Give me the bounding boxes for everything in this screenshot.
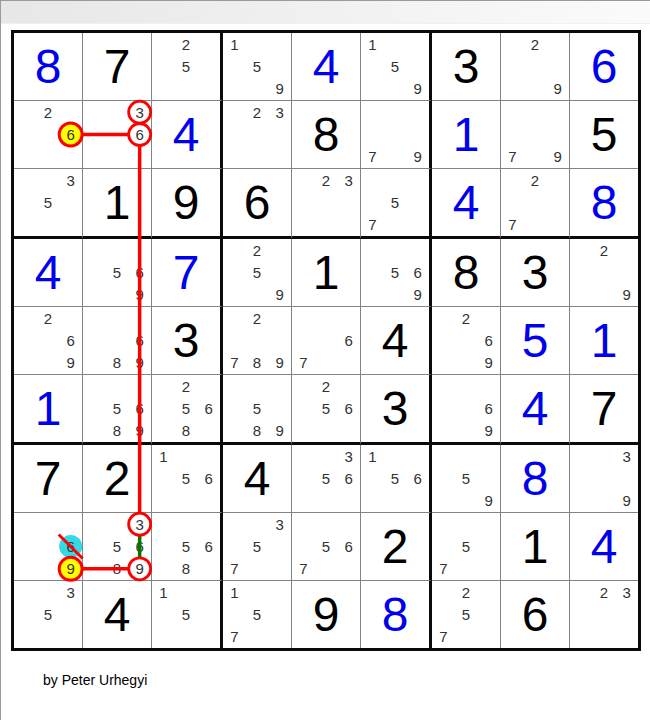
cell-r1c8[interactable]: 29: [501, 33, 570, 101]
candidate-5: 5: [106, 535, 129, 557]
candidate-9: 9: [59, 558, 82, 580]
cell-r3c8[interactable]: 27: [501, 169, 570, 239]
cell-r6c6[interactable]: 3: [361, 375, 432, 445]
cell-r7c9[interactable]: 39: [570, 445, 638, 513]
candidate-2: 2: [593, 581, 616, 603]
candidate-8: 8: [175, 558, 198, 580]
toolbar: [1, 1, 650, 24]
candidate-5: 5: [175, 397, 198, 419]
candidate-9: 9: [128, 352, 151, 374]
cell-r5c2[interactable]: 689: [83, 307, 152, 375]
given-digit: 4: [104, 591, 131, 639]
candidate-2: 2: [246, 307, 269, 329]
candidate-1: 1: [152, 445, 175, 467]
candidate-5: 5: [384, 467, 407, 489]
cell-r2c3[interactable]: 4: [152, 101, 223, 169]
given-digit: 5: [591, 111, 618, 159]
given-digit: 1: [522, 523, 549, 571]
solved-digit: 7: [173, 249, 200, 297]
candidate-9: 9: [615, 284, 638, 306]
candidate-2: 2: [175, 375, 198, 397]
candidate-9: 9: [128, 420, 151, 442]
candidate-6: 6: [59, 535, 82, 557]
candidate-9: 9: [128, 284, 151, 306]
candidate-2: 2: [175, 33, 198, 55]
cell-r3c6[interactable]: 57: [361, 169, 432, 239]
cell-r5c7[interactable]: 269: [432, 307, 501, 375]
candidate-2: 2: [315, 375, 338, 397]
given-digit: 1: [313, 249, 340, 297]
cell-r9c2[interactable]: 4: [83, 581, 152, 648]
given-digit: 7: [104, 43, 131, 91]
candidate-5: 5: [246, 603, 269, 625]
cell-r8c1[interactable]: 69: [14, 513, 83, 581]
candidate-9: 9: [406, 284, 429, 306]
candidate-2: 2: [37, 307, 60, 329]
candidate-5: 5: [315, 397, 338, 419]
candidate-6: 6: [477, 329, 500, 351]
given-digit: 7: [591, 385, 618, 433]
cell-r9c1[interactable]: 35: [14, 581, 83, 648]
candidate-6: 6: [197, 535, 220, 557]
given-digit: 9: [313, 591, 340, 639]
candidate-3: 3: [615, 445, 638, 467]
cell-r8c2[interactable]: 35689: [83, 513, 152, 581]
solved-digit: 4: [591, 523, 618, 571]
candidate-9: 9: [615, 490, 638, 512]
sudoku-board: 8725159415932962636423879179535196235742…: [11, 30, 641, 651]
candidate-5: 5: [455, 467, 478, 489]
solved-digit: 8: [35, 43, 62, 91]
cell-r5c9[interactable]: 1: [570, 307, 638, 375]
cell-r6c7[interactable]: 69: [432, 375, 501, 445]
candidate-2: 2: [246, 101, 269, 123]
candidate-9: 9: [477, 420, 500, 442]
solved-digit: 8: [522, 455, 549, 503]
given-digit: 2: [104, 455, 131, 503]
candidate-9: 9: [268, 78, 291, 100]
candidate-6: 6: [337, 467, 360, 489]
candidate-3: 3: [268, 513, 291, 535]
candidate-9: 9: [59, 352, 82, 374]
cell-r5c1[interactable]: 269: [14, 307, 83, 375]
cell-r7c7[interactable]: 59: [432, 445, 501, 513]
cell-r7c8[interactable]: 8: [501, 445, 570, 513]
cell-r8c9[interactable]: 4: [570, 513, 638, 581]
cell-r2c7[interactable]: 1: [432, 101, 501, 169]
cell-r3c2[interactable]: 1: [83, 169, 152, 239]
candidate-5: 5: [455, 535, 478, 557]
candidate-1: 1: [223, 581, 246, 603]
cell-r1c4[interactable]: 159: [223, 33, 292, 101]
cell-r8c3[interactable]: 568: [152, 513, 223, 581]
cell-r7c2[interactable]: 2: [83, 445, 152, 513]
candidate-7: 7: [432, 626, 455, 648]
candidate-9: 9: [546, 78, 569, 100]
cell-r3c7[interactable]: 4: [432, 169, 501, 239]
cell-r2c8[interactable]: 79: [501, 101, 570, 169]
cell-r5c8[interactable]: 5: [501, 307, 570, 375]
candidate-7: 7: [432, 558, 455, 580]
candidate-5: 5: [37, 191, 60, 213]
candidate-9: 9: [128, 558, 151, 580]
app-window: { "game": "sudoku", "app_context": "sudo…: [0, 0, 650, 720]
cell-r6c4[interactable]: 589: [223, 375, 292, 445]
cell-r1c3[interactable]: 25: [152, 33, 223, 101]
candidate-6: 6: [406, 261, 429, 283]
cell-r8c8[interactable]: 1: [501, 513, 570, 581]
cell-r3c1[interactable]: 35: [14, 169, 83, 239]
candidate-5: 5: [315, 535, 338, 557]
candidate-5: 5: [315, 467, 338, 489]
cell-r4c2[interactable]: 569: [83, 239, 152, 307]
cell-r9c6[interactable]: 8: [361, 581, 432, 648]
cell-r9c7[interactable]: 257: [432, 581, 501, 648]
candidate-3: 3: [615, 581, 638, 603]
cell-r2c4[interactable]: 23: [223, 101, 292, 169]
candidate-5: 5: [106, 397, 129, 419]
candidate-6: 6: [337, 397, 360, 419]
candidate-7: 7: [292, 558, 315, 580]
given-digit: 3: [382, 385, 409, 433]
cell-r4c3[interactable]: 7: [152, 239, 223, 307]
given-digit: 4: [244, 455, 271, 503]
candidate-6: 6: [337, 535, 360, 557]
candidate-2: 2: [593, 239, 616, 261]
candidate-6: 6: [406, 467, 429, 489]
cell-r6c2[interactable]: 5689: [83, 375, 152, 445]
cell-r2c2[interactable]: 36: [83, 101, 152, 169]
candidate-5: 5: [246, 535, 269, 557]
candidate-7: 7: [223, 558, 246, 580]
cell-r4c4[interactable]: 259: [223, 239, 292, 307]
cell-r6c8[interactable]: 4: [501, 375, 570, 445]
candidate-8: 8: [175, 420, 198, 442]
cell-r5c4[interactable]: 2789: [223, 307, 292, 375]
candidate-8: 8: [106, 352, 129, 374]
candidate-1: 1: [223, 33, 246, 55]
solved-digit: 1: [35, 385, 62, 433]
candidate-5: 5: [384, 261, 407, 283]
solved-digit: 1: [453, 111, 480, 159]
cell-r4c5[interactable]: 1: [292, 239, 361, 307]
cell-r4c7[interactable]: 8: [432, 239, 501, 307]
cell-r4c9[interactable]: 29: [570, 239, 638, 307]
candidate-6: 6: [128, 397, 151, 419]
cell-r5c3[interactable]: 3: [152, 307, 223, 375]
candidate-2: 2: [524, 169, 547, 191]
cell-r6c3[interactable]: 2568: [152, 375, 223, 445]
cell-r9c4[interactable]: 157: [223, 581, 292, 648]
solved-digit: 8: [591, 179, 618, 227]
cell-r1c6[interactable]: 159: [361, 33, 432, 101]
cell-r8c6[interactable]: 2: [361, 513, 432, 581]
candidate-7: 7: [361, 146, 384, 168]
given-digit: 6: [244, 179, 271, 227]
candidate-9: 9: [477, 490, 500, 512]
candidate-9: 9: [268, 352, 291, 374]
candidate-5: 5: [384, 55, 407, 77]
candidate-7: 7: [223, 626, 246, 648]
solved-digit: 5: [522, 317, 549, 365]
candidate-2: 2: [524, 33, 547, 55]
solved-digit: 4: [35, 249, 62, 297]
cell-r7c1[interactable]: 7: [14, 445, 83, 513]
cell-r6c5[interactable]: 256: [292, 375, 361, 445]
candidate-6: 6: [197, 467, 220, 489]
candidate-5: 5: [37, 603, 60, 625]
candidate-8: 8: [246, 352, 269, 374]
candidate-8: 8: [246, 420, 269, 442]
candidate-7: 7: [292, 352, 315, 374]
candidate-6: 6: [128, 261, 151, 283]
given-digit: 4: [382, 317, 409, 365]
cell-r8c5[interactable]: 567: [292, 513, 361, 581]
cell-r3c5[interactable]: 23: [292, 169, 361, 239]
solved-digit: 1: [591, 317, 618, 365]
candidate-2: 2: [455, 307, 478, 329]
given-digit: 3: [453, 43, 480, 91]
candidate-1: 1: [361, 445, 384, 467]
solved-digit: 4: [313, 43, 340, 91]
cell-r1c9[interactable]: 6: [570, 33, 638, 101]
candidate-3: 3: [337, 169, 360, 191]
candidate-6: 6: [477, 397, 500, 419]
solved-digit: 6: [591, 43, 618, 91]
candidate-6: 6: [59, 329, 82, 351]
solved-digit: 4: [522, 385, 549, 433]
candidate-3: 3: [128, 513, 151, 535]
cell-r2c1[interactable]: 26: [14, 101, 83, 169]
candidate-9: 9: [268, 284, 291, 306]
candidate-5: 5: [175, 467, 198, 489]
candidate-9: 9: [546, 146, 569, 168]
solved-digit: 8: [382, 591, 409, 639]
cell-r2c9[interactable]: 5: [570, 101, 638, 169]
candidate-8: 8: [106, 420, 129, 442]
candidate-8: 8: [106, 558, 129, 580]
candidate-9: 9: [406, 146, 429, 168]
given-digit: 7: [35, 455, 62, 503]
given-digit: 8: [453, 249, 480, 297]
candidate-5: 5: [175, 55, 198, 77]
cell-r9c3[interactable]: 15: [152, 581, 223, 648]
cell-r7c4[interactable]: 4: [223, 445, 292, 513]
given-digit: 3: [173, 317, 200, 365]
cell-r1c1[interactable]: 8: [14, 33, 83, 101]
candidate-1: 1: [152, 581, 175, 603]
author-credit: by Peter Urhegyi: [43, 672, 147, 688]
candidate-6: 6: [337, 329, 360, 351]
cell-r3c3[interactable]: 9: [152, 169, 223, 239]
cell-r7c6[interactable]: 156: [361, 445, 432, 513]
given-digit: 2: [382, 523, 409, 571]
candidate-5: 5: [106, 261, 129, 283]
candidate-2: 2: [37, 101, 60, 123]
cell-r5c5[interactable]: 67: [292, 307, 361, 375]
given-digit: 8: [313, 111, 340, 159]
cell-r4c6[interactable]: 569: [361, 239, 432, 307]
sudoku-grid: 8725159415932962636423879179535196235742…: [14, 33, 638, 648]
given-digit: 9: [173, 179, 200, 227]
candidate-2: 2: [455, 581, 478, 603]
cell-r1c7[interactable]: 3: [432, 33, 501, 101]
candidate-2: 2: [315, 169, 338, 191]
given-digit: 3: [522, 249, 549, 297]
candidate-6: 6: [197, 397, 220, 419]
candidate-1: 1: [361, 33, 384, 55]
cell-r8c7[interactable]: 57: [432, 513, 501, 581]
cell-r9c5[interactable]: 9: [292, 581, 361, 648]
given-digit: 1: [104, 179, 131, 227]
candidate-7: 7: [223, 352, 246, 374]
cell-r1c2[interactable]: 7: [83, 33, 152, 101]
cell-r2c5[interactable]: 8: [292, 101, 361, 169]
cell-r5c6[interactable]: 4: [361, 307, 432, 375]
candidate-9: 9: [406, 78, 429, 100]
cell-r7c5[interactable]: 356: [292, 445, 361, 513]
candidate-3: 3: [337, 445, 360, 467]
cell-r6c9[interactable]: 7: [570, 375, 638, 445]
cell-r9c8[interactable]: 6: [501, 581, 570, 648]
cell-r2c6[interactable]: 79: [361, 101, 432, 169]
cell-r7c3[interactable]: 156: [152, 445, 223, 513]
solved-digit: 4: [173, 111, 200, 159]
cell-r3c9[interactable]: 8: [570, 169, 638, 239]
cell-r9c9[interactable]: 23: [570, 581, 638, 648]
candidate-5: 5: [246, 261, 269, 283]
candidate-5: 5: [175, 603, 198, 625]
candidate-7: 7: [501, 146, 524, 168]
candidate-6: 6: [128, 123, 151, 145]
candidate-3: 3: [59, 169, 82, 191]
candidate-7: 7: [361, 214, 384, 236]
candidate-3: 3: [128, 101, 151, 123]
candidate-5: 5: [175, 535, 198, 557]
candidate-2: 2: [246, 239, 269, 261]
given-digit: 6: [522, 591, 549, 639]
candidate-6: 6: [128, 329, 151, 351]
candidate-5: 5: [384, 191, 407, 213]
candidate-5: 5: [455, 603, 478, 625]
candidate-7: 7: [501, 214, 524, 236]
cell-r1c5[interactable]: 4: [292, 33, 361, 101]
candidate-6: 6: [128, 535, 151, 557]
candidate-6: 6: [59, 123, 82, 145]
candidate-5: 5: [246, 55, 269, 77]
candidate-9: 9: [477, 352, 500, 374]
cell-r6c1[interactable]: 1: [14, 375, 83, 445]
cell-r4c8[interactable]: 3: [501, 239, 570, 307]
candidate-3: 3: [268, 101, 291, 123]
solved-digit: 4: [453, 179, 480, 227]
cell-r4c1[interactable]: 4: [14, 239, 83, 307]
candidate-9: 9: [268, 420, 291, 442]
candidate-3: 3: [59, 581, 82, 603]
candidate-5: 5: [246, 397, 269, 419]
cell-r3c4[interactable]: 6: [223, 169, 292, 239]
cell-r8c4[interactable]: 357: [223, 513, 292, 581]
